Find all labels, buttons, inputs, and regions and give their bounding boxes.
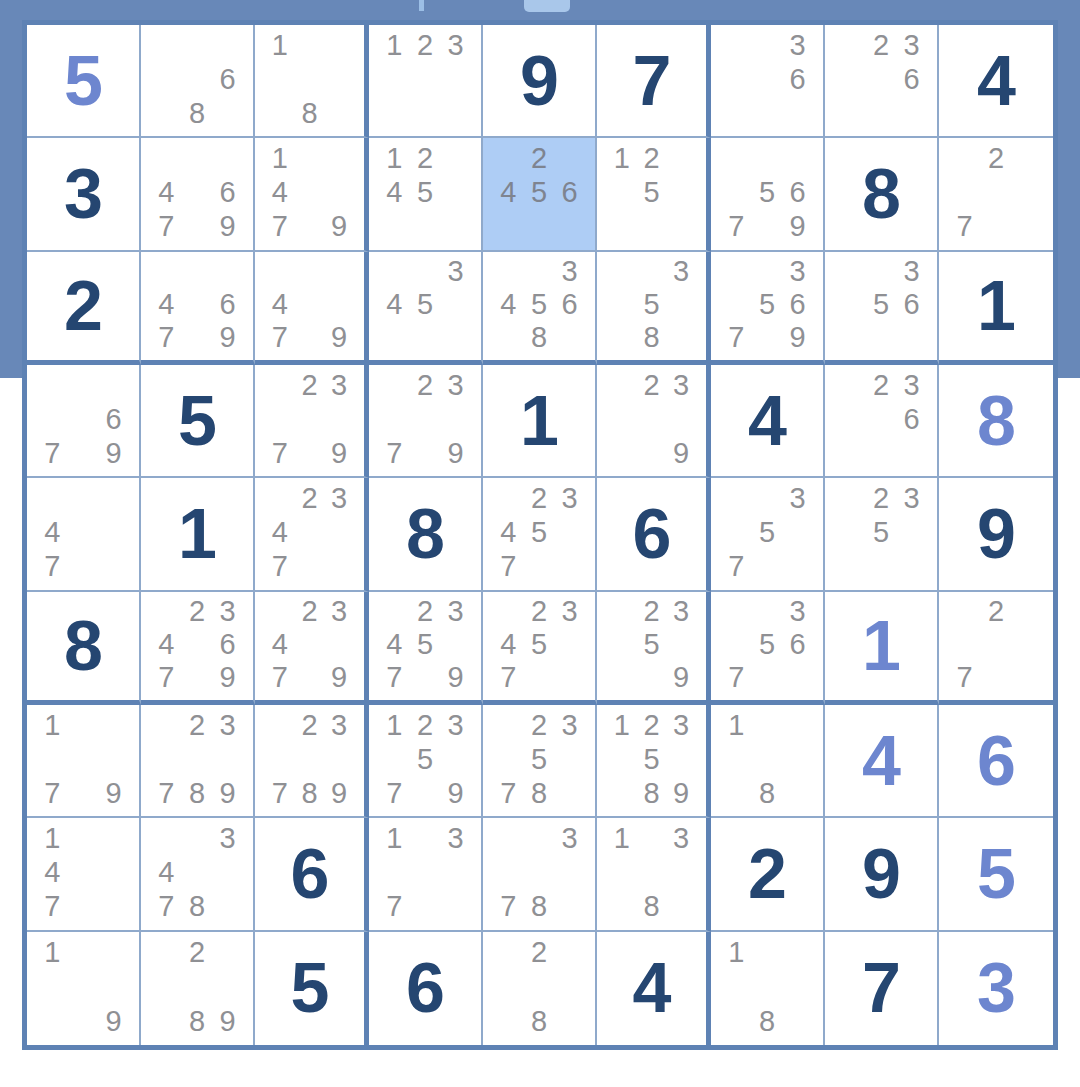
pencil-mark: 8 (637, 776, 667, 810)
pencil-mark: 7 (37, 776, 68, 810)
cell-r5c3[interactable]: 2347 (255, 478, 369, 591)
pencil-grid: 1245 (379, 141, 471, 243)
cell-r2c9[interactable]: 27 (939, 138, 1053, 251)
pencil-mark: 5 (866, 288, 897, 321)
cell-r3c7[interactable]: 35679 (711, 252, 825, 365)
cell-r6c9[interactable]: 27 (939, 592, 1053, 705)
cell-r7c3[interactable]: 23789 (255, 705, 369, 818)
sudoku-board: 5681812397362364346791479124524561255679… (22, 20, 1058, 1050)
cell-value: 4 (939, 25, 1053, 136)
pencil-mark: 7 (151, 776, 182, 810)
pencil-mark: 2 (980, 595, 1011, 628)
pencil-grid: 123589 (607, 708, 696, 810)
cell-r6c6[interactable]: 2359 (597, 592, 711, 705)
cell-r9c3[interactable]: 5 (255, 932, 369, 1045)
cell-r1c6[interactable]: 7 (597, 25, 711, 138)
pencil-mark: 2 (866, 481, 897, 515)
pencil-mark: 7 (493, 890, 524, 924)
pencil-mark: 2 (410, 595, 441, 628)
pencil-mark: 7 (493, 776, 524, 810)
pencil-grid: 358 (607, 255, 696, 354)
pencil-mark: 3 (782, 28, 813, 62)
cell-r2c8[interactable]: 8 (825, 138, 939, 251)
pencil-grid: 27 (949, 595, 1043, 694)
pencil-mark: 8 (182, 890, 213, 924)
pencil-mark: 2 (637, 708, 667, 742)
pencil-mark: 9 (440, 776, 471, 810)
pencil-mark: 7 (265, 321, 295, 354)
pencil-mark: 3 (212, 821, 243, 855)
pencil-grid: 2456 (493, 141, 585, 243)
cell-r3c4[interactable]: 345 (369, 252, 483, 365)
cell-r8c3[interactable]: 6 (255, 818, 369, 931)
cell-r6c5[interactable]: 23457 (483, 592, 597, 705)
pencil-grid: 18 (265, 28, 354, 130)
pencil-mark: 4 (493, 628, 524, 661)
pencil-grid: 35679 (721, 255, 813, 354)
pencil-mark: 7 (151, 890, 182, 924)
cell-value: 3 (27, 138, 139, 249)
cell-r3c5[interactable]: 34568 (483, 252, 597, 365)
cell-r2c7[interactable]: 5679 (711, 138, 825, 251)
cell-r8c9[interactable]: 5 (939, 818, 1053, 931)
pencil-mark: 4 (493, 288, 524, 321)
cell-r8c1[interactable]: 147 (27, 818, 141, 931)
cell-r7c7[interactable]: 18 (711, 705, 825, 818)
cell-r9c9[interactable]: 3 (939, 932, 1053, 1045)
pencil-mark: 3 (440, 708, 471, 742)
cell-r4c3[interactable]: 2379 (255, 365, 369, 478)
pencil-mark: 3 (666, 595, 696, 628)
cell-r5c6[interactable]: 6 (597, 478, 711, 591)
cell-r9c4[interactable]: 6 (369, 932, 483, 1045)
pencil-mark: 7 (37, 436, 68, 470)
cell-value: 9 (939, 478, 1053, 589)
cell-r7c8[interactable]: 4 (825, 705, 939, 818)
pencil-mark: 3 (666, 368, 696, 402)
pencil-mark: 4 (379, 175, 410, 209)
pencil-mark: 7 (37, 550, 68, 584)
pencil-mark: 8 (637, 321, 667, 354)
cell-r8c5[interactable]: 378 (483, 818, 597, 931)
pencil-mark: 6 (554, 288, 585, 321)
pencil-mark: 6 (782, 62, 813, 96)
pencil-mark: 5 (752, 288, 783, 321)
cell-r9c8[interactable]: 7 (825, 932, 939, 1045)
pencil-mark: 7 (379, 661, 410, 694)
pencil-grid: 23789 (151, 708, 243, 810)
pencil-mark: 4 (379, 288, 410, 321)
pencil-mark: 3 (782, 595, 813, 628)
pencil-mark: 3 (666, 708, 696, 742)
cell-r7c6[interactable]: 123589 (597, 705, 711, 818)
pencil-mark: 9 (666, 776, 696, 810)
pencil-grid: 3567 (721, 595, 813, 694)
pencil-mark: 9 (440, 661, 471, 694)
pencil-mark: 6 (782, 288, 813, 321)
pencil-mark: 8 (524, 890, 555, 924)
page-root: { "game": "sudoku", "position": "5000970… (0, 0, 1080, 1087)
pencil-grid: 36 (721, 28, 813, 130)
cell-r6c2[interactable]: 234679 (141, 592, 255, 705)
pencil-mark: 3 (666, 821, 696, 855)
cell-r8c8[interactable]: 9 (825, 818, 939, 931)
pencil-mark: 2 (866, 28, 897, 62)
cell-r9c1[interactable]: 19 (27, 932, 141, 1045)
cell-value: 4 (711, 365, 823, 476)
cell-value: 4 (825, 705, 937, 816)
cell-r4c1[interactable]: 679 (27, 365, 141, 478)
pencil-mark: 7 (265, 436, 295, 470)
pencil-mark: 8 (524, 776, 555, 810)
pencil-mark: 7 (379, 890, 410, 924)
pencil-mark: 1 (721, 935, 752, 970)
pencil-mark: 3 (554, 821, 585, 855)
cell-r1c8[interactable]: 236 (825, 25, 939, 138)
pencil-mark: 1 (607, 141, 637, 175)
cell-r9c2[interactable]: 289 (141, 932, 255, 1045)
cell-r1c5[interactable]: 9 (483, 25, 597, 138)
pencil-mark: 4 (151, 628, 182, 661)
cell-r8c4[interactable]: 137 (369, 818, 483, 931)
pencil-grid: 2379 (265, 368, 354, 470)
pencil-mark: 7 (151, 321, 182, 354)
pencil-mark: 2 (410, 368, 441, 402)
cell-r1c4[interactable]: 123 (369, 25, 483, 138)
cell-value: 7 (825, 932, 937, 1045)
cell-r9c7[interactable]: 18 (711, 932, 825, 1045)
cell-value: 5 (27, 25, 139, 136)
pencil-grid: 18 (721, 935, 813, 1039)
pencil-mark: 8 (524, 321, 555, 354)
cell-r7c1[interactable]: 179 (27, 705, 141, 818)
pencil-mark: 2 (524, 595, 555, 628)
pencil-mark: 1 (265, 141, 295, 175)
pencil-mark: 3 (782, 255, 813, 288)
pencil-grid: 179 (37, 708, 129, 810)
pencil-mark: 7 (721, 210, 752, 244)
cell-r3c6[interactable]: 358 (597, 252, 711, 365)
pencil-mark: 3 (440, 821, 471, 855)
pencil-mark: 3 (896, 481, 927, 515)
pencil-mark: 7 (265, 661, 295, 694)
pencil-grid: 234679 (151, 595, 243, 694)
pencil-mark: 7 (721, 321, 752, 354)
pencil-mark: 2 (637, 368, 667, 402)
pencil-grid: 23578 (493, 708, 585, 810)
cell-r1c2[interactable]: 68 (141, 25, 255, 138)
header-fragment-icon (419, 0, 424, 11)
pencil-grid: 289 (151, 935, 243, 1039)
pencil-mark: 5 (410, 628, 441, 661)
pencil-mark: 2 (637, 595, 667, 628)
cell-r6c3[interactable]: 23479 (255, 592, 369, 705)
pencil-grid: 357 (721, 481, 813, 583)
pencil-mark: 2 (637, 141, 667, 175)
pencil-mark: 9 (212, 776, 243, 810)
cell-r7c4[interactable]: 123579 (369, 705, 483, 818)
pencil-mark: 8 (752, 776, 783, 810)
pencil-mark: 3 (440, 368, 471, 402)
cell-value: 9 (825, 818, 937, 929)
cell-r2c3[interactable]: 1479 (255, 138, 369, 251)
pencil-mark: 5 (524, 288, 555, 321)
cell-r5c7[interactable]: 357 (711, 478, 825, 591)
pencil-mark: 1 (37, 708, 68, 742)
cell-r2c1[interactable]: 3 (27, 138, 141, 251)
pencil-grid: 4679 (151, 255, 243, 354)
pencil-grid: 2359 (607, 595, 696, 694)
cell-value: 5 (939, 818, 1053, 929)
pencil-mark: 7 (265, 550, 295, 584)
pencil-mark: 9 (212, 210, 243, 244)
cell-r6c8[interactable]: 1 (825, 592, 939, 705)
pencil-mark: 7 (265, 776, 295, 810)
pencil-mark: 3 (212, 595, 243, 628)
pencil-mark: 9 (666, 436, 696, 470)
cell-r2c6[interactable]: 125 (597, 138, 711, 251)
pencil-mark: 1 (379, 821, 410, 855)
cell-r8c7[interactable]: 2 (711, 818, 825, 931)
cell-r5c8[interactable]: 235 (825, 478, 939, 591)
cell-r6c1[interactable]: 8 (27, 592, 141, 705)
pencil-mark: 2 (295, 595, 325, 628)
pencil-mark: 3 (324, 708, 354, 742)
cell-value: 5 (141, 365, 253, 476)
cell-r6c7[interactable]: 3567 (711, 592, 825, 705)
cell-r4c9[interactable]: 8 (939, 365, 1053, 478)
pencil-mark: 2 (980, 141, 1011, 175)
pencil-mark: 4 (265, 288, 295, 321)
pencil-grid: 479 (265, 255, 354, 354)
pencil-mark: 4 (265, 175, 295, 209)
cell-r2c5[interactable]: 2456 (483, 138, 597, 251)
pencil-mark: 2 (524, 708, 555, 742)
pencil-mark: 4 (493, 515, 524, 549)
pencil-grid: 236 (835, 368, 927, 470)
pencil-mark: 5 (524, 175, 555, 209)
pencil-mark: 4 (151, 855, 182, 889)
pencil-mark: 1 (607, 821, 637, 855)
cell-r9c6[interactable]: 4 (597, 932, 711, 1045)
pencil-mark: 9 (212, 661, 243, 694)
pencil-mark: 6 (212, 288, 243, 321)
pencil-mark: 2 (295, 708, 325, 742)
pencil-mark: 2 (410, 141, 441, 175)
cell-r7c5[interactable]: 23578 (483, 705, 597, 818)
pencil-grid: 34568 (493, 255, 585, 354)
pencil-mark: 5 (752, 515, 783, 549)
cell-r1c7[interactable]: 36 (711, 25, 825, 138)
pencil-mark: 6 (896, 402, 927, 436)
pencil-mark: 9 (324, 436, 354, 470)
pencil-mark: 9 (666, 661, 696, 694)
pencil-mark: 1 (379, 708, 410, 742)
pencil-mark: 4 (379, 628, 410, 661)
cell-r1c3[interactable]: 18 (255, 25, 369, 138)
cell-r4c5[interactable]: 1 (483, 365, 597, 478)
cell-r5c9[interactable]: 9 (939, 478, 1053, 591)
pencil-mark: 5 (637, 288, 667, 321)
cell-r4c4[interactable]: 2379 (369, 365, 483, 478)
pencil-mark: 6 (98, 402, 129, 436)
pencil-mark: 3 (782, 481, 813, 515)
pencil-grid: 234579 (379, 595, 471, 694)
cell-r9c5[interactable]: 28 (483, 932, 597, 1045)
cell-r3c8[interactable]: 356 (825, 252, 939, 365)
cell-value: 7 (597, 25, 706, 136)
pencil-mark: 2 (866, 368, 897, 402)
cell-value: 8 (825, 138, 937, 249)
pencil-mark: 3 (324, 481, 354, 515)
pencil-mark: 3 (212, 708, 243, 742)
cell-r1c1[interactable]: 5 (27, 25, 141, 138)
pencil-mark: 2 (524, 935, 555, 970)
pencil-mark: 8 (182, 1004, 213, 1039)
cell-value: 2 (711, 818, 823, 929)
cell-r5c1[interactable]: 47 (27, 478, 141, 591)
cell-r3c1[interactable]: 2 (27, 252, 141, 365)
pencil-mark: 2 (410, 28, 441, 62)
cell-r4c2[interactable]: 5 (141, 365, 255, 478)
pencil-mark: 7 (379, 436, 410, 470)
pencil-mark: 9 (782, 321, 813, 354)
cell-r5c5[interactable]: 23457 (483, 478, 597, 591)
pencil-mark: 7 (151, 210, 182, 244)
cell-value: 6 (939, 705, 1053, 816)
pencil-grid: 138 (607, 821, 696, 923)
pencil-mark: 3 (554, 481, 585, 515)
pencil-mark: 4 (37, 855, 68, 889)
pencil-mark: 6 (212, 175, 243, 209)
pencil-mark: 9 (98, 436, 129, 470)
pencil-mark: 1 (37, 935, 68, 970)
pencil-grid: 5679 (721, 141, 813, 243)
pencil-grid: 235 (835, 481, 927, 583)
cell-value: 6 (597, 478, 706, 589)
pencil-grid: 23479 (265, 595, 354, 694)
pencil-mark: 6 (782, 175, 813, 209)
pencil-mark: 5 (410, 288, 441, 321)
pencil-mark: 3 (324, 368, 354, 402)
cell-value: 9 (483, 25, 595, 136)
pencil-grid: 23457 (493, 595, 585, 694)
pencil-mark: 5 (410, 175, 441, 209)
header-button-fragment (524, 0, 570, 12)
pencil-mark: 8 (182, 96, 213, 130)
cell-r6c4[interactable]: 234579 (369, 592, 483, 705)
pencil-grid: 23457 (493, 481, 585, 583)
pencil-mark: 5 (410, 742, 441, 776)
pencil-grid: 123 (379, 28, 471, 130)
pencil-mark: 2 (410, 708, 441, 742)
pencil-mark: 3 (896, 28, 927, 62)
pencil-mark: 1 (379, 28, 410, 62)
cell-r2c4[interactable]: 1245 (369, 138, 483, 251)
cell-r3c3[interactable]: 479 (255, 252, 369, 365)
pencil-grid: 4679 (151, 141, 243, 243)
pencil-mark: 8 (637, 890, 667, 924)
pencil-mark: 4 (265, 628, 295, 661)
pencil-mark: 4 (151, 288, 182, 321)
pencil-grid: 123579 (379, 708, 471, 810)
pencil-mark: 2 (524, 141, 555, 175)
pencil-mark: 4 (151, 175, 182, 209)
pencil-grid: 3478 (151, 821, 243, 923)
pencil-mark: 7 (151, 661, 182, 694)
cell-r3c9[interactable]: 1 (939, 252, 1053, 365)
pencil-mark: 8 (752, 1004, 783, 1039)
pencil-mark: 7 (379, 776, 410, 810)
cell-r7c9[interactable]: 6 (939, 705, 1053, 818)
pencil-mark: 3 (440, 28, 471, 62)
pencil-mark: 3 (554, 255, 585, 288)
pencil-grid: 378 (493, 821, 585, 923)
pencil-grid: 679 (37, 368, 129, 470)
pencil-grid: 47 (37, 481, 129, 583)
cell-r4c6[interactable]: 239 (597, 365, 711, 478)
cell-r7c2[interactable]: 23789 (141, 705, 255, 818)
pencil-mark: 7 (37, 890, 68, 924)
cell-value: 8 (369, 478, 481, 589)
pencil-grid: 1479 (265, 141, 354, 243)
cell-r5c4[interactable]: 8 (369, 478, 483, 591)
pencil-mark: 9 (212, 1004, 243, 1039)
pencil-mark: 5 (866, 515, 897, 549)
pencil-grid: 137 (379, 821, 471, 923)
pencil-mark: 7 (949, 661, 980, 694)
cell-value: 1 (141, 478, 253, 589)
pencil-mark: 8 (524, 1004, 555, 1039)
pencil-grid: 2379 (379, 368, 471, 470)
pencil-mark: 9 (98, 1004, 129, 1039)
pencil-mark: 6 (212, 628, 243, 661)
cell-r2c2[interactable]: 4679 (141, 138, 255, 251)
pencil-mark: 2 (182, 935, 213, 970)
pencil-mark: 7 (721, 550, 752, 584)
pencil-mark: 3 (666, 255, 696, 288)
cell-r4c7[interactable]: 4 (711, 365, 825, 478)
pencil-mark: 6 (782, 628, 813, 661)
pencil-mark: 3 (554, 595, 585, 628)
pencil-mark: 6 (212, 62, 243, 96)
pencil-grid: 19 (37, 935, 129, 1039)
pencil-mark: 7 (265, 210, 295, 244)
cell-r1c9[interactable]: 4 (939, 25, 1053, 138)
cell-r3c2[interactable]: 4679 (141, 252, 255, 365)
pencil-mark: 2 (524, 481, 555, 515)
pencil-mark: 8 (295, 776, 325, 810)
cell-r8c6[interactable]: 138 (597, 818, 711, 931)
pencil-grid: 236 (835, 28, 927, 130)
pencil-mark: 3 (896, 255, 927, 288)
pencil-mark: 9 (324, 776, 354, 810)
pencil-mark: 5 (752, 175, 783, 209)
pencil-mark: 7 (949, 210, 980, 244)
cell-value: 6 (369, 932, 481, 1045)
pencil-mark: 3 (440, 595, 471, 628)
cell-value: 4 (597, 932, 706, 1045)
cell-r5c2[interactable]: 1 (141, 478, 255, 591)
pencil-mark: 3 (554, 708, 585, 742)
cell-r8c2[interactable]: 3478 (141, 818, 255, 931)
pencil-mark: 7 (493, 550, 524, 584)
cell-value: 1 (939, 252, 1053, 360)
pencil-mark: 1 (37, 821, 68, 855)
cell-value: 6 (255, 818, 364, 929)
cell-r4c8[interactable]: 236 (825, 365, 939, 478)
pencil-mark: 3 (440, 255, 471, 288)
